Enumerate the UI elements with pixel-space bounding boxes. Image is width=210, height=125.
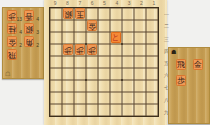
gote-hand-歩[interactable]: 歩13 (7, 10, 17, 21)
board-square-5a[interactable] (98, 8, 110, 20)
board-square-2a[interactable] (134, 8, 146, 20)
sente-hand-piece[interactable]: 歩 (176, 75, 186, 86)
sente-captured-stand: ☗ 飛金歩 (168, 47, 210, 124)
piece-glyph: 歩 (177, 76, 185, 86)
board-square-4b[interactable] (110, 20, 122, 32)
board-square-5c[interactable] (98, 32, 110, 44)
board-square-6g[interactable] (86, 80, 98, 92)
file-label-9: 9 (49, 0, 61, 7)
board-square-3c[interactable] (122, 32, 134, 44)
board-square-1b[interactable] (146, 20, 158, 32)
gote-hand-piece[interactable]: 金 (7, 36, 17, 47)
file-labels: 987654321 (49, 0, 160, 7)
gote-hand-銀[interactable]: 銀3 (24, 23, 34, 34)
board-square-9a[interactable] (50, 8, 62, 20)
board-square-3g[interactable] (122, 80, 134, 92)
board-square-5h[interactable] (98, 92, 110, 104)
gote-hand-piece[interactable]: 桂 (7, 23, 17, 34)
piece-glyph: 玉 (76, 9, 84, 19)
board-square-6h[interactable] (86, 92, 98, 104)
board-square-9g[interactable] (50, 80, 62, 92)
board-square-6i[interactable] (86, 104, 98, 116)
piece-glyph: と (111, 33, 119, 43)
piece-glyph: 歩 (8, 11, 16, 21)
sente-hand-piece[interactable]: 飛 (176, 59, 186, 70)
piece-glyph: 飛 (8, 50, 16, 60)
shogi-board-panel: 987654321 一二三四五六七八九 銀玉金と歩歩歩 (44, 0, 167, 125)
gote-hand-香[interactable]: 香4 (24, 10, 34, 21)
board-square-1g[interactable] (146, 80, 158, 92)
piece-glyph: 金 (8, 37, 16, 47)
board-square-7g[interactable] (74, 80, 86, 92)
board-square-6e[interactable] (86, 56, 98, 68)
board-square-4a[interactable] (110, 8, 122, 20)
board-square-8h[interactable] (62, 92, 74, 104)
sente-hand-金[interactable]: 金 (193, 59, 203, 70)
board-square-2i[interactable] (134, 104, 146, 116)
board-square-5b[interactable] (98, 20, 110, 32)
hoshi-dot-1 (85, 43, 87, 45)
hand-piece-count: 4 (36, 16, 39, 22)
board-square-9f[interactable] (50, 68, 62, 80)
gote-hand-桂[interactable]: 桂4 (7, 23, 17, 34)
piece-glyph: 香 (25, 11, 33, 21)
board-square-2b[interactable] (134, 20, 146, 32)
file-label-1: 1 (148, 0, 160, 7)
board-square-7e[interactable] (74, 56, 86, 68)
hoshi-dot-4 (121, 79, 123, 81)
board-square-6d[interactable]: 歩 (86, 44, 98, 56)
board-square-1c[interactable] (146, 32, 158, 44)
file-label-4: 4 (111, 0, 123, 7)
gote-piece-7d[interactable]: 歩 (75, 44, 85, 55)
piece-glyph: 金 (194, 60, 202, 70)
board-square-2c[interactable] (134, 32, 146, 44)
board-square-6c[interactable] (86, 32, 98, 44)
board-square-4g[interactable] (110, 80, 122, 92)
board-square-7a[interactable]: 玉 (74, 8, 86, 20)
piece-glyph: 歩 (88, 45, 96, 55)
file-label-7: 7 (74, 0, 86, 7)
board-square-5d[interactable] (98, 44, 110, 56)
board-square-5i[interactable] (98, 104, 110, 116)
board-square-6a[interactable] (86, 8, 98, 20)
board-square-3a[interactable] (122, 8, 134, 20)
hoshi-dot-3 (85, 79, 87, 81)
board-square-3b[interactable] (122, 20, 134, 32)
rank-label-3: 三 (163, 32, 170, 44)
gote-hand-piece[interactable]: 香 (24, 10, 34, 21)
gote-hand-角[interactable]: 角2 (24, 36, 34, 47)
board-square-7d[interactable]: 歩 (74, 44, 86, 56)
board-grid: 銀玉金と歩歩歩 (49, 7, 159, 117)
board-square-8b[interactable] (62, 20, 74, 32)
gote-hand-飛[interactable]: 飛 (7, 49, 17, 60)
board-square-1f[interactable] (146, 68, 158, 80)
board-square-8d[interactable]: 歩 (62, 44, 74, 56)
board-square-1a[interactable] (146, 8, 158, 20)
hand-piece-count: 4 (19, 29, 22, 35)
gote-hand-piece[interactable]: 飛 (7, 49, 17, 60)
file-label-8: 8 (61, 0, 73, 7)
board-square-4i[interactable] (110, 104, 122, 116)
piece-glyph: 桂 (8, 24, 16, 34)
piece-glyph: 銀 (64, 9, 72, 19)
hoshi-dot-2 (121, 43, 123, 45)
gote-piece-8d[interactable]: 歩 (63, 44, 73, 55)
gote-hand-pieces: 歩13香4桂4銀3金2角2飛 (7, 10, 34, 60)
board-square-2h[interactable] (134, 92, 146, 104)
file-label-6: 6 (86, 0, 98, 7)
board-square-9c[interactable] (50, 32, 62, 44)
board-square-2d[interactable] (134, 44, 146, 56)
board-square-7b[interactable] (74, 20, 86, 32)
hand-piece-count: 2 (36, 42, 39, 48)
sente-hand-pieces: 飛金歩 (176, 59, 203, 86)
file-label-2: 2 (135, 0, 147, 7)
promoted-sente-piece-4c[interactable]: と (111, 32, 121, 43)
gote-piece-7a[interactable]: 玉 (75, 8, 85, 19)
piece-glyph: 金 (88, 21, 96, 31)
piece-glyph: 歩 (64, 45, 72, 55)
board-square-7c[interactable] (74, 32, 86, 44)
board-square-8a[interactable]: 銀 (62, 8, 74, 20)
board-square-4h[interactable] (110, 92, 122, 104)
board-square-9i[interactable] (50, 104, 62, 116)
board-square-9h[interactable] (50, 92, 62, 104)
board-square-2f[interactable] (134, 68, 146, 80)
board-square-2g[interactable] (134, 80, 146, 92)
board-square-2e[interactable] (134, 56, 146, 68)
rank-label-2: 二 (163, 20, 170, 32)
board-square-6b[interactable]: 金 (86, 20, 98, 32)
board-square-1i[interactable] (146, 104, 158, 116)
board-square-9d[interactable] (50, 44, 62, 56)
gote-piece-6b[interactable]: 金 (87, 20, 97, 31)
board-square-4f[interactable] (110, 68, 122, 80)
file-label-5: 5 (98, 0, 110, 7)
board-square-5f[interactable] (98, 68, 110, 80)
board-square-1d[interactable] (146, 44, 158, 56)
board-square-5g[interactable] (98, 80, 110, 92)
piece-glyph: 飛 (177, 60, 185, 70)
board-square-9e[interactable] (50, 56, 62, 68)
gote-captured-stand: 歩13香4桂4銀3金2角2飛 ☖ (2, 7, 44, 79)
gote-hand-piece[interactable]: 角 (24, 36, 34, 47)
board-square-8g[interactable] (62, 80, 74, 92)
board-square-7i[interactable] (74, 104, 86, 116)
board-square-9b[interactable] (50, 20, 62, 32)
rank-label-1: 一 (163, 8, 170, 20)
board-square-6f[interactable] (86, 68, 98, 80)
board-square-4d[interactable] (110, 44, 122, 56)
gote-piece-6d[interactable]: 歩 (87, 44, 97, 55)
sente-hand-飛[interactable]: 飛 (176, 59, 186, 70)
piece-glyph: 角 (25, 37, 33, 47)
board-square-3e[interactable] (122, 56, 134, 68)
hand-piece-count: 3 (36, 29, 39, 35)
gote-hand-piece[interactable]: 銀 (24, 23, 34, 34)
board-square-3f[interactable] (122, 68, 134, 80)
board-square-1e[interactable] (146, 56, 158, 68)
board-square-7h[interactable] (74, 92, 86, 104)
gote-piece-8a[interactable]: 銀 (63, 8, 73, 19)
board-square-3d[interactable] (122, 44, 134, 56)
board-square-3i[interactable] (122, 104, 134, 116)
piece-glyph: 銀 (25, 24, 33, 34)
board-square-8i[interactable] (62, 104, 74, 116)
board-square-7f[interactable] (74, 68, 86, 80)
sente-hand-piece[interactable]: 金 (193, 59, 203, 70)
board-square-8e[interactable] (62, 56, 74, 68)
board-square-5e[interactable] (98, 56, 110, 68)
piece-glyph: 歩 (76, 45, 84, 55)
sente-hand-歩[interactable]: 歩 (176, 75, 186, 86)
gote-indicator-icon: ☖ (5, 71, 10, 77)
board-square-4e[interactable] (110, 56, 122, 68)
board-square-3h[interactable] (122, 92, 134, 104)
board-square-8c[interactable] (62, 32, 74, 44)
sente-indicator-icon: ☗ (171, 49, 176, 55)
board-square-4c[interactable]: と (110, 32, 122, 44)
gote-hand-金[interactable]: 金2 (7, 36, 17, 47)
board-square-8f[interactable] (62, 68, 74, 80)
hand-piece-count: 2 (19, 42, 22, 48)
hand-piece-count: 13 (16, 16, 22, 22)
file-label-3: 3 (123, 0, 135, 7)
shogi-app: { "game": "shogi", "diagram_type": "tsum… (0, 0, 210, 125)
board-square-1h[interactable] (146, 92, 158, 104)
